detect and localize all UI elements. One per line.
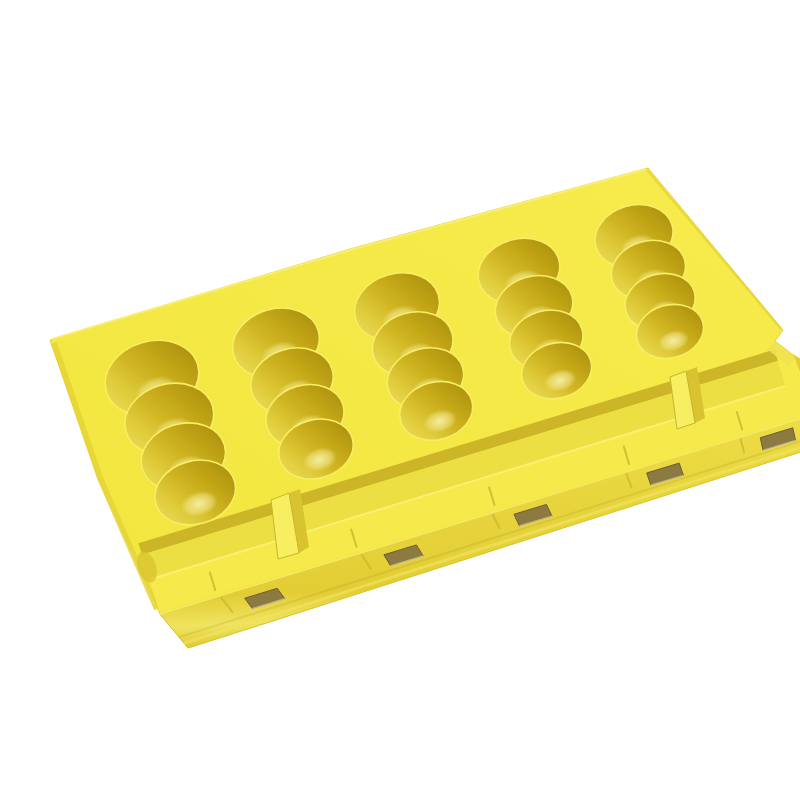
- product-photo: [40, 16, 800, 800]
- mold-illustration: [40, 16, 800, 800]
